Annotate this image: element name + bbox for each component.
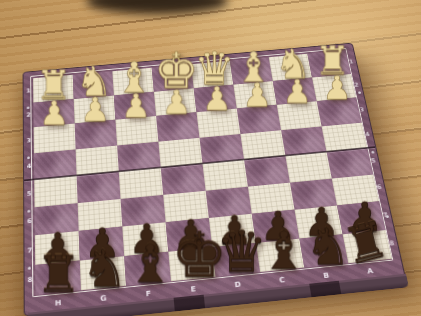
square-a5[interactable] bbox=[327, 148, 374, 178]
square-f4[interactable] bbox=[117, 141, 161, 171]
piece-white-pawn-a2[interactable]: ♟ bbox=[317, 73, 357, 102]
piece-black-bishop-f8[interactable]: ♝ bbox=[126, 240, 171, 288]
piece-white-pawn-h2[interactable]: ♟ bbox=[34, 99, 75, 129]
rank-label: 1 bbox=[24, 78, 34, 103]
piece-white-pawn-e2[interactable]: ♟ bbox=[156, 88, 197, 118]
square-b2[interactable]: ♟ bbox=[273, 77, 317, 105]
piece-white-pawn-f2[interactable]: ♟ bbox=[116, 91, 157, 121]
rivet-dot bbox=[27, 106, 30, 109]
square-d5[interactable] bbox=[202, 159, 247, 190]
square-h2[interactable]: ♟ bbox=[33, 99, 74, 128]
square-g4[interactable] bbox=[76, 145, 119, 175]
rivet-dot bbox=[27, 210, 30, 213]
rank-label: 6 bbox=[24, 207, 35, 236]
square-g8[interactable]: ♞ bbox=[80, 256, 126, 291]
square-e5[interactable] bbox=[161, 163, 206, 194]
square-f2[interactable]: ♟ bbox=[114, 91, 156, 119]
rank-label: 4 bbox=[24, 153, 34, 180]
square-c2[interactable]: ♟ bbox=[233, 81, 277, 109]
chess-board: ♜♞♝♚♛♝♞♜♟♟♟♟♟♟♟♟♟♟♟♟♟♟♟♟♜♞♝♚♛♝♞♜ HGFEDCB… bbox=[23, 43, 406, 316]
rank-label: 5 bbox=[24, 179, 34, 207]
square-f8[interactable]: ♝ bbox=[124, 251, 171, 286]
square-b4[interactable] bbox=[281, 126, 326, 156]
square-g5[interactable] bbox=[77, 171, 121, 202]
piece-black-rook-h8[interactable]: ♜ bbox=[36, 251, 81, 297]
square-b5[interactable] bbox=[285, 152, 331, 183]
piece-black-king-e8[interactable]: ♚ bbox=[171, 227, 216, 283]
square-a4[interactable] bbox=[321, 122, 367, 151]
chess-photo-scene: ♜♞♝♚♛♝♞♜♟♟♟♟♟♟♟♟♟♟♟♟♟♟♟♟♜♞♝♚♛♝♞♜ HGFEDCB… bbox=[0, 0, 421, 316]
piece-white-pawn-b2[interactable]: ♟ bbox=[277, 77, 317, 106]
square-f5[interactable] bbox=[119, 167, 163, 198]
board-squares: ♜♞♝♚♛♝♞♜♟♟♟♟♟♟♟♟♟♟♟♟♟♟♟♟♜♞♝♚♛♝♞♜ bbox=[33, 50, 392, 295]
rank-label: 2 bbox=[24, 102, 34, 128]
rivet-dot bbox=[358, 91, 361, 94]
square-a2[interactable]: ♟ bbox=[312, 74, 356, 102]
square-c4[interactable] bbox=[240, 130, 285, 160]
piece-white-pawn-g2[interactable]: ♟ bbox=[75, 95, 116, 125]
rank-label: 8 bbox=[25, 265, 36, 297]
piece-white-pawn-d2[interactable]: ♟ bbox=[197, 84, 238, 114]
piece-black-knight-g8[interactable]: ♞ bbox=[81, 246, 126, 293]
file-label: B bbox=[303, 267, 349, 284]
square-h5[interactable] bbox=[34, 175, 77, 206]
square-c5[interactable] bbox=[244, 156, 290, 187]
square-h4[interactable] bbox=[34, 149, 77, 179]
rank-label: 7 bbox=[24, 235, 35, 265]
square-g2[interactable]: ♟ bbox=[74, 95, 116, 123]
board-frame: ♜♞♝♚♛♝♞♜♟♟♟♟♟♟♟♟♟♟♟♟♟♟♟♟♜♞♝♚♛♝♞♜ HGFEDCB… bbox=[23, 43, 406, 316]
rivet-dot bbox=[28, 266, 31, 269]
rivet-dot bbox=[27, 156, 30, 159]
rivet-dot bbox=[371, 151, 375, 154]
square-d4[interactable] bbox=[199, 134, 244, 164]
square-e8[interactable]: ♚ bbox=[168, 247, 215, 281]
square-e2[interactable]: ♟ bbox=[154, 88, 197, 116]
rank-label: 3 bbox=[24, 127, 34, 154]
square-h8[interactable]: ♜ bbox=[35, 260, 81, 295]
square-d2[interactable]: ♟ bbox=[194, 84, 237, 112]
square-e4[interactable] bbox=[158, 137, 202, 167]
piece-white-pawn-c2[interactable]: ♟ bbox=[237, 81, 277, 110]
